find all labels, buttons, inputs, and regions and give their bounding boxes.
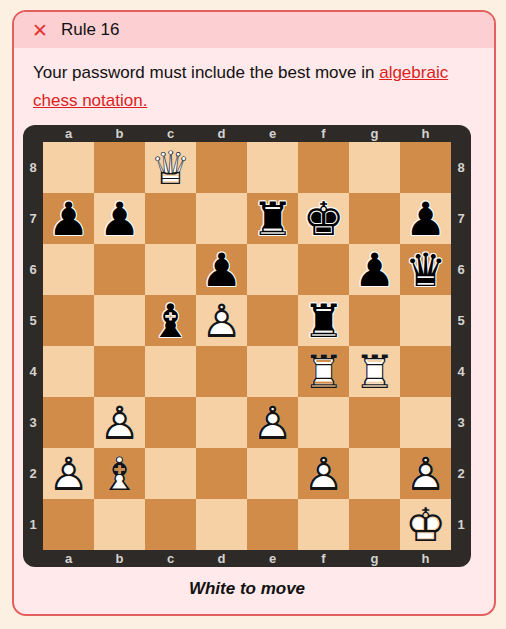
file-label-h: h xyxy=(400,550,451,567)
square-d6: ♟ xyxy=(196,244,247,295)
square-b7: ♟ xyxy=(94,193,145,244)
piece-outline: ♙ xyxy=(43,448,94,499)
rule-card: ✕ Rule 16 Your password must include the… xyxy=(12,10,496,616)
square-g6: ♟ xyxy=(349,244,400,295)
square-f4: ♜♖ xyxy=(298,346,349,397)
square-a4 xyxy=(43,346,94,397)
square-e5 xyxy=(247,295,298,346)
piece-glyph: ♝ xyxy=(145,295,196,346)
square-d3 xyxy=(196,397,247,448)
board-corner xyxy=(23,125,43,142)
square-g2 xyxy=(349,448,400,499)
rank-label-1: 1 xyxy=(451,499,471,550)
rank-label-3: 3 xyxy=(23,397,43,448)
square-d7 xyxy=(196,193,247,244)
file-label-d: d xyxy=(196,550,247,567)
piece-outline: ♖ xyxy=(349,346,400,397)
square-c7 xyxy=(145,193,196,244)
close-icon: ✕ xyxy=(32,21,48,40)
square-b5 xyxy=(94,295,145,346)
square-h2: ♟♙ xyxy=(400,448,451,499)
square-d5: ♟♙ xyxy=(196,295,247,346)
piece-black-pawn: ♟ xyxy=(400,193,451,244)
square-g5 xyxy=(349,295,400,346)
square-h6: ♛ xyxy=(400,244,451,295)
board-corner xyxy=(451,550,471,567)
piece-white-king: ♚♔ xyxy=(400,499,451,550)
file-label-f: f xyxy=(298,550,349,567)
piece-glyph: ♟ xyxy=(196,244,247,295)
piece-black-king: ♚ xyxy=(298,193,349,244)
rank-label-8: 8 xyxy=(23,142,43,193)
piece-glyph: ♛ xyxy=(400,244,451,295)
square-e2 xyxy=(247,448,298,499)
rank-label-4: 4 xyxy=(23,346,43,397)
piece-white-pawn: ♟♙ xyxy=(400,448,451,499)
piece-glyph: ♜ xyxy=(247,193,298,244)
piece-glyph: ♟ xyxy=(94,193,145,244)
file-label-e: e xyxy=(247,125,298,142)
piece-glyph: ♟ xyxy=(400,193,451,244)
square-b3: ♟♙ xyxy=(94,397,145,448)
piece-white-pawn: ♟♙ xyxy=(43,448,94,499)
rank-label-7: 7 xyxy=(23,193,43,244)
file-label-c: c xyxy=(145,550,196,567)
piece-white-pawn: ♟♙ xyxy=(196,295,247,346)
square-e7: ♜ xyxy=(247,193,298,244)
rule-text: Your password must include the best move… xyxy=(33,59,475,115)
square-h1: ♚♔ xyxy=(400,499,451,550)
rank-label-4: 4 xyxy=(451,346,471,397)
piece-black-pawn: ♟ xyxy=(94,193,145,244)
piece-black-queen: ♛ xyxy=(400,244,451,295)
square-h7: ♟ xyxy=(400,193,451,244)
square-c6 xyxy=(145,244,196,295)
square-a6 xyxy=(43,244,94,295)
piece-black-rook: ♜ xyxy=(247,193,298,244)
square-c3 xyxy=(145,397,196,448)
square-c8: ♛♕ xyxy=(145,142,196,193)
rank-label-2: 2 xyxy=(451,448,471,499)
piece-black-pawn: ♟ xyxy=(196,244,247,295)
piece-white-pawn: ♟♙ xyxy=(94,397,145,448)
square-d1 xyxy=(196,499,247,550)
square-f6 xyxy=(298,244,349,295)
page: { "game": "chess", "position": "2Q5/pp2r… xyxy=(0,0,506,629)
file-label-d: d xyxy=(196,125,247,142)
square-a3 xyxy=(43,397,94,448)
square-c5: ♝ xyxy=(145,295,196,346)
rule-title: Rule 16 xyxy=(61,20,120,40)
square-e6 xyxy=(247,244,298,295)
rule-body: Your password must include the best move… xyxy=(14,48,494,599)
piece-outline: ♖ xyxy=(298,346,349,397)
file-label-f: f xyxy=(298,125,349,142)
square-b4 xyxy=(94,346,145,397)
square-f8 xyxy=(298,142,349,193)
square-f7: ♚ xyxy=(298,193,349,244)
rank-label-1: 1 xyxy=(23,499,43,550)
square-d8 xyxy=(196,142,247,193)
square-b1 xyxy=(94,499,145,550)
square-b8 xyxy=(94,142,145,193)
file-label-b: b xyxy=(94,125,145,142)
file-label-h: h xyxy=(400,125,451,142)
square-f1 xyxy=(298,499,349,550)
side-to-move-caption: White to move xyxy=(23,579,471,599)
piece-black-pawn: ♟ xyxy=(349,244,400,295)
square-e1 xyxy=(247,499,298,550)
rank-label-5: 5 xyxy=(23,295,43,346)
file-label-g: g xyxy=(349,125,400,142)
file-label-a: a xyxy=(43,125,94,142)
square-b2: ♝♗ xyxy=(94,448,145,499)
square-e4 xyxy=(247,346,298,397)
rank-label-7: 7 xyxy=(451,193,471,244)
square-g3 xyxy=(349,397,400,448)
rule-header: ✕ Rule 16 xyxy=(14,12,494,48)
piece-outline: ♙ xyxy=(196,295,247,346)
piece-white-bishop: ♝♗ xyxy=(94,448,145,499)
piece-outline: ♙ xyxy=(400,448,451,499)
square-b6 xyxy=(94,244,145,295)
rule-text-plain: Your password must include the best move… xyxy=(33,63,379,82)
square-g1 xyxy=(349,499,400,550)
square-g8 xyxy=(349,142,400,193)
square-c2 xyxy=(145,448,196,499)
square-f2: ♟♙ xyxy=(298,448,349,499)
square-a8 xyxy=(43,142,94,193)
piece-outline: ♙ xyxy=(298,448,349,499)
piece-black-pawn: ♟ xyxy=(43,193,94,244)
piece-white-queen: ♛♕ xyxy=(145,142,196,193)
piece-black-rook: ♜ xyxy=(298,295,349,346)
file-label-b: b xyxy=(94,550,145,567)
piece-outline: ♙ xyxy=(247,397,298,448)
square-g4: ♜♖ xyxy=(349,346,400,397)
piece-black-bishop: ♝ xyxy=(145,295,196,346)
rank-label-2: 2 xyxy=(23,448,43,499)
file-label-e: e xyxy=(247,550,298,567)
piece-white-pawn: ♟♙ xyxy=(298,448,349,499)
piece-white-pawn: ♟♙ xyxy=(247,397,298,448)
square-f3 xyxy=(298,397,349,448)
square-h4 xyxy=(400,346,451,397)
rank-label-5: 5 xyxy=(451,295,471,346)
file-label-a: a xyxy=(43,550,94,567)
chess-board: abcdefgh8♛♕87♟♟♜♚♟76♟♟♛65♝♟♙♜54♜♖♜♖43♟♙♟… xyxy=(23,125,471,567)
square-d4 xyxy=(196,346,247,397)
piece-outline: ♕ xyxy=(145,142,196,193)
square-d2 xyxy=(196,448,247,499)
piece-glyph: ♟ xyxy=(43,193,94,244)
square-c4 xyxy=(145,346,196,397)
rank-label-3: 3 xyxy=(451,397,471,448)
piece-outline: ♔ xyxy=(400,499,451,550)
square-h8 xyxy=(400,142,451,193)
piece-outline: ♙ xyxy=(94,397,145,448)
rank-label-6: 6 xyxy=(451,244,471,295)
piece-glyph: ♟ xyxy=(349,244,400,295)
piece-white-rook: ♜♖ xyxy=(298,346,349,397)
square-a5 xyxy=(43,295,94,346)
piece-glyph: ♜ xyxy=(298,295,349,346)
square-c1 xyxy=(145,499,196,550)
square-a1 xyxy=(43,499,94,550)
board-corner xyxy=(23,550,43,567)
piece-glyph: ♚ xyxy=(298,193,349,244)
board-corner xyxy=(451,125,471,142)
rank-label-6: 6 xyxy=(23,244,43,295)
square-a7: ♟ xyxy=(43,193,94,244)
piece-outline: ♗ xyxy=(94,448,145,499)
square-e8 xyxy=(247,142,298,193)
file-label-g: g xyxy=(349,550,400,567)
square-f5: ♜ xyxy=(298,295,349,346)
square-g7 xyxy=(349,193,400,244)
square-h3 xyxy=(400,397,451,448)
square-a2: ♟♙ xyxy=(43,448,94,499)
piece-white-rook: ♜♖ xyxy=(349,346,400,397)
rank-label-8: 8 xyxy=(451,142,471,193)
square-h5 xyxy=(400,295,451,346)
file-label-c: c xyxy=(145,125,196,142)
square-e3: ♟♙ xyxy=(247,397,298,448)
